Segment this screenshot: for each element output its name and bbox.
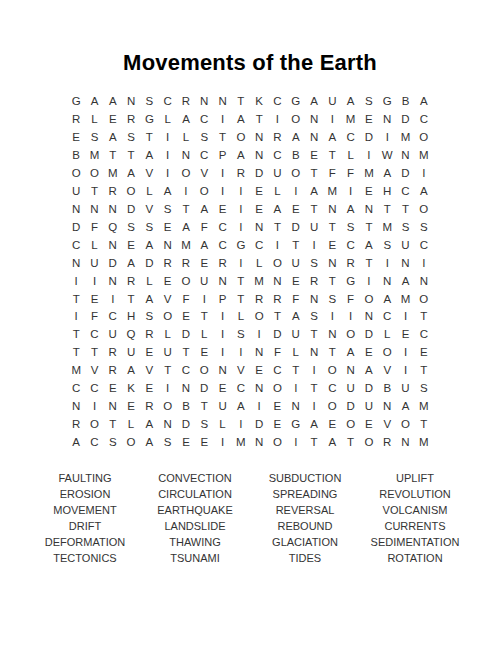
- grid-cell-r20c15: A: [323, 434, 341, 452]
- word-item: TECTONICS: [30, 550, 140, 566]
- grid-cell-r12c17: O: [360, 290, 378, 308]
- grid-cell-r8c16: S: [341, 219, 359, 237]
- grid-cell-r10c19: N: [396, 254, 414, 272]
- grid-cell-r16c15: O: [323, 362, 341, 380]
- grid-cell-r17c5: E: [140, 380, 158, 398]
- grid-cell-r16c16: N: [341, 362, 359, 380]
- grid-cell-r3c11: N: [250, 129, 268, 147]
- grid-cell-r18c14: I: [305, 398, 323, 416]
- grid-cell-r2c11: T: [250, 111, 268, 129]
- grid-cell-r7c13: E: [287, 201, 305, 219]
- word-item: SEDIMENTATION: [360, 534, 470, 550]
- grid-cell-r6c18: H: [378, 183, 396, 201]
- grid-cell-r17c16: U: [341, 380, 359, 398]
- grid-cell-r8c15: T: [323, 219, 341, 237]
- grid-cell-r3c18: I: [378, 129, 396, 147]
- grid-cell-r12c7: F: [177, 290, 195, 308]
- grid-cell-r13c8: T: [195, 308, 213, 326]
- grid-cell-r17c14: T: [305, 380, 323, 398]
- grid-cell-r11c9: N: [213, 272, 231, 290]
- grid-cell-r3c12: R: [268, 129, 286, 147]
- grid-cell-r16c5: V: [140, 362, 158, 380]
- grid-cell-r12c9: P: [213, 290, 231, 308]
- grid-cell-r8c6: E: [159, 219, 177, 237]
- grid-cell-r20c8: E: [195, 434, 213, 452]
- grid-cell-r10c1: N: [67, 254, 85, 272]
- grid-cell-r7c20: O: [415, 201, 433, 219]
- grid-cell-r6c17: E: [360, 183, 378, 201]
- grid-cell-r13c7: E: [177, 308, 195, 326]
- grid-cell-r19c1: R: [67, 416, 85, 434]
- grid-cell-r16c3: R: [104, 362, 122, 380]
- grid-cell-r14c17: D: [360, 326, 378, 344]
- grid-cell-r14c18: L: [378, 326, 396, 344]
- grid-cell-r3c4: S: [122, 129, 140, 147]
- grid-cell-r13c5: S: [140, 308, 158, 326]
- word-item: REVOLUTION: [360, 486, 470, 502]
- grid-cell-r3c14: N: [305, 129, 323, 147]
- grid-cell-r9c17: A: [360, 237, 378, 255]
- grid-cell-r20c11: N: [250, 434, 268, 452]
- grid-cell-r5c8: V: [195, 165, 213, 183]
- grid-cell-r8c18: M: [378, 219, 396, 237]
- grid-cell-r17c4: K: [122, 380, 140, 398]
- grid-cell-r7c12: A: [268, 201, 286, 219]
- grid-cell-r18c15: O: [323, 398, 341, 416]
- grid-cell-r1c10: T: [232, 93, 250, 111]
- grid-cell-r4c10: A: [232, 147, 250, 165]
- grid-cell-r16c11: E: [250, 362, 268, 380]
- grid-cell-r1c6: C: [159, 93, 177, 111]
- grid-cell-r18c5: R: [140, 398, 158, 416]
- grid-cell-r17c15: C: [323, 380, 341, 398]
- grid-cell-r20c6: S: [159, 434, 177, 452]
- grid-cell-r14c16: O: [341, 326, 359, 344]
- grid-cell-r13c19: I: [396, 308, 414, 326]
- grid-cell-r15c3: R: [104, 344, 122, 362]
- grid-cell-r19c3: T: [104, 416, 122, 434]
- grid-cell-r8c2: F: [85, 219, 103, 237]
- grid-cell-r7c9: E: [213, 201, 231, 219]
- grid-cell-r9c8: A: [195, 237, 213, 255]
- grid-cell-r8c17: T: [360, 219, 378, 237]
- grid-cell-r18c17: U: [360, 398, 378, 416]
- grid-cell-r10c12: O: [268, 254, 286, 272]
- grid-cell-r15c17: E: [360, 344, 378, 362]
- grid-cell-r9c14: I: [305, 237, 323, 255]
- grid-cell-r20c9: I: [213, 434, 231, 452]
- grid-cell-r4c9: P: [213, 147, 231, 165]
- grid-cell-r20c1: A: [67, 434, 85, 452]
- grid-cell-r4c20: M: [415, 147, 433, 165]
- grid-cell-r13c17: N: [360, 308, 378, 326]
- grid-cell-r5c20: I: [415, 165, 433, 183]
- grid-cell-r11c14: R: [305, 272, 323, 290]
- grid-cell-r16c9: N: [213, 362, 231, 380]
- grid-cell-r11c19: A: [396, 272, 414, 290]
- grid-cell-r20c13: I: [287, 434, 305, 452]
- grid-cell-r20c4: O: [122, 434, 140, 452]
- grid-cell-r20c17: O: [360, 434, 378, 452]
- word-item: THAWING: [140, 534, 250, 550]
- grid-cell-r17c20: S: [415, 380, 433, 398]
- grid-cell-r5c19: D: [396, 165, 414, 183]
- grid-cell-r15c12: F: [268, 344, 286, 362]
- grid-cell-r4c19: N: [396, 147, 414, 165]
- grid-cell-r12c11: R: [250, 290, 268, 308]
- grid-cell-r1c15: U: [323, 93, 341, 111]
- grid-cell-r8c3: Q: [104, 219, 122, 237]
- grid-cell-r2c5: G: [140, 111, 158, 129]
- grid-cell-r8c19: S: [396, 219, 414, 237]
- grid-cell-r10c16: R: [341, 254, 359, 272]
- grid-cell-r7c11: E: [250, 201, 268, 219]
- grid-cell-r20c2: C: [85, 434, 103, 452]
- grid-cell-r11c13: E: [287, 272, 305, 290]
- grid-cell-r2c14: N: [305, 111, 323, 129]
- grid-cell-r5c6: I: [159, 165, 177, 183]
- grid-cell-r11c7: O: [177, 272, 195, 290]
- grid-cell-r7c7: T: [177, 201, 195, 219]
- grid-cell-r7c2: N: [85, 201, 103, 219]
- grid-cell-r17c3: E: [104, 380, 122, 398]
- grid-cell-r14c5: R: [140, 326, 158, 344]
- grid-cell-r1c20: A: [415, 93, 433, 111]
- grid-cell-r18c10: A: [232, 398, 250, 416]
- grid-cell-r1c7: R: [177, 93, 195, 111]
- grid-cell-r2c7: A: [177, 111, 195, 129]
- word-item: DEFORMATION: [30, 534, 140, 550]
- grid-cell-r11c16: G: [341, 272, 359, 290]
- grid-cell-r5c1: O: [67, 165, 85, 183]
- word-item: FAULTING: [30, 470, 140, 486]
- grid-cell-r3c20: O: [415, 129, 433, 147]
- grid-cell-r16c2: V: [85, 362, 103, 380]
- grid-cell-r2c9: I: [213, 111, 231, 129]
- grid-cell-r18c18: N: [378, 398, 396, 416]
- grid-cell-r19c19: O: [396, 416, 414, 434]
- word-list-column-1: FAULTINGEROSIONMOVEMENTDRIFTDEFORMATIONT…: [30, 470, 140, 566]
- grid-cell-r9c19: U: [396, 237, 414, 255]
- word-item: ROTATION: [360, 550, 470, 566]
- grid-cell-r18c11: I: [250, 398, 268, 416]
- grid-cell-r6c1: U: [67, 183, 85, 201]
- grid-cell-r7c15: N: [323, 201, 341, 219]
- grid-cell-r13c14: S: [305, 308, 323, 326]
- word-item: UPLIFT: [360, 470, 470, 486]
- grid-cell-r16c1: M: [67, 362, 85, 380]
- grid-cell-r16c4: A: [122, 362, 140, 380]
- grid-cell-r3c19: M: [396, 129, 414, 147]
- grid-cell-r5c12: U: [268, 165, 286, 183]
- grid-cell-r14c9: I: [213, 326, 231, 344]
- grid-cell-r7c6: S: [159, 201, 177, 219]
- grid-cell-r17c11: N: [250, 380, 268, 398]
- word-item: CIRCULATION: [140, 486, 250, 502]
- grid-cell-r10c7: R: [177, 254, 195, 272]
- grid-cell-r12c10: T: [232, 290, 250, 308]
- grid-cell-r20c14: T: [305, 434, 323, 452]
- word-item: MOVEMENT: [30, 502, 140, 518]
- grid-cell-r11c8: U: [195, 272, 213, 290]
- grid-cell-r1c18: G: [378, 93, 396, 111]
- grid-cell-r19c17: E: [360, 416, 378, 434]
- grid-cell-r4c18: W: [378, 147, 396, 165]
- grid-cell-r16c19: I: [396, 362, 414, 380]
- grid-cell-r14c11: I: [250, 326, 268, 344]
- grid-cell-r11c15: T: [323, 272, 341, 290]
- grid-cell-r9c4: E: [122, 237, 140, 255]
- grid-cell-r2c3: E: [104, 111, 122, 129]
- grid-cell-r18c19: A: [396, 398, 414, 416]
- grid-cell-r2c20: C: [415, 111, 433, 129]
- grid-cell-r17c10: C: [232, 380, 250, 398]
- grid-cell-r3c13: A: [287, 129, 305, 147]
- grid-cell-r11c1: I: [67, 272, 85, 290]
- grid-cell-r18c8: T: [195, 398, 213, 416]
- grid-cell-r12c3: I: [104, 290, 122, 308]
- grid-cell-r1c13: G: [287, 93, 305, 111]
- grid-cell-r19c5: A: [140, 416, 158, 434]
- grid-cell-r13c1: I: [67, 308, 85, 326]
- grid-cell-r19c11: D: [250, 416, 268, 434]
- grid-cell-r15c6: U: [159, 344, 177, 362]
- grid-cell-r8c1: D: [67, 219, 85, 237]
- grid-cell-r15c18: O: [378, 344, 396, 362]
- grid-cell-r7c19: T: [396, 201, 414, 219]
- grid-cell-r1c17: S: [360, 93, 378, 111]
- grid-cell-r13c10: L: [232, 308, 250, 326]
- grid-cell-r4c12: C: [268, 147, 286, 165]
- grid-cell-r16c20: T: [415, 362, 433, 380]
- grid-cell-r10c20: I: [415, 254, 433, 272]
- grid-cell-r8c11: N: [250, 219, 268, 237]
- grid-cell-r4c1: B: [67, 147, 85, 165]
- grid-cell-r13c12: T: [268, 308, 286, 326]
- grid-cell-r3c5: T: [140, 129, 158, 147]
- grid-cell-r20c16: T: [341, 434, 359, 452]
- grid-cell-r9c16: C: [341, 237, 359, 255]
- grid-cell-r8c10: I: [232, 219, 250, 237]
- grid-cell-r3c1: E: [67, 129, 85, 147]
- grid-cell-r15c10: I: [232, 344, 250, 362]
- grid-cell-r13c4: H: [122, 308, 140, 326]
- grid-cell-r1c5: S: [140, 93, 158, 111]
- grid-cell-r9c18: S: [378, 237, 396, 255]
- grid-cell-r10c4: A: [122, 254, 140, 272]
- grid-cell-r5c4: A: [122, 165, 140, 183]
- grid-cell-r20c3: S: [104, 434, 122, 452]
- grid-cell-r6c10: I: [232, 183, 250, 201]
- grid-cell-r2c15: I: [323, 111, 341, 129]
- grid-cell-r2c13: O: [287, 111, 305, 129]
- word-list: FAULTINGEROSIONMOVEMENTDRIFTDEFORMATIONT…: [30, 470, 470, 566]
- word-item: REBOUND: [250, 518, 360, 534]
- grid-cell-r7c18: T: [378, 201, 396, 219]
- grid-cell-r5c3: M: [104, 165, 122, 183]
- grid-cell-r17c18: B: [378, 380, 396, 398]
- grid-cell-r12c16: F: [341, 290, 359, 308]
- grid-cell-r3c17: D: [360, 129, 378, 147]
- grid-cell-r18c9: U: [213, 398, 231, 416]
- grid-cell-r12c6: V: [159, 290, 177, 308]
- grid-cell-r4c15: T: [323, 147, 341, 165]
- grid-cell-r2c19: D: [396, 111, 414, 129]
- grid-cell-r14c2: C: [85, 326, 103, 344]
- grid-cell-r13c16: I: [341, 308, 359, 326]
- grid-cell-r3c8: S: [195, 129, 213, 147]
- grid-cell-r14c12: D: [268, 326, 286, 344]
- word-item: DRIFT: [30, 518, 140, 534]
- grid-cell-r15c11: N: [250, 344, 268, 362]
- grid-cell-r10c13: U: [287, 254, 305, 272]
- grid-cell-r4c13: B: [287, 147, 305, 165]
- word-item: SUBDUCTION: [250, 470, 360, 486]
- word-item: CONVECTION: [140, 470, 250, 486]
- grid-cell-r1c19: B: [396, 93, 414, 111]
- grid-cell-r10c8: E: [195, 254, 213, 272]
- word-list-column-3: SUBDUCTIONSPREADINGREVERSALREBOUNDGLACIA…: [250, 470, 360, 566]
- grid-cell-r5c17: M: [360, 165, 378, 183]
- grid-cell-r19c9: L: [213, 416, 231, 434]
- grid-cell-r6c13: I: [287, 183, 305, 201]
- grid-cell-r4c7: N: [177, 147, 195, 165]
- grid-cell-r12c8: I: [195, 290, 213, 308]
- grid-cell-r17c7: N: [177, 380, 195, 398]
- grid-cell-r15c9: I: [213, 344, 231, 362]
- grid-cell-r13c13: A: [287, 308, 305, 326]
- grid-cell-r12c18: A: [378, 290, 396, 308]
- grid-cell-r5c15: F: [323, 165, 341, 183]
- grid-cell-r16c10: V: [232, 362, 250, 380]
- grid-cell-r15c8: E: [195, 344, 213, 362]
- grid-cell-r10c14: S: [305, 254, 323, 272]
- grid-cell-r9c5: A: [140, 237, 158, 255]
- grid-cell-r3c16: C: [341, 129, 359, 147]
- grid-cell-r11c20: N: [415, 272, 433, 290]
- grid-cell-r8c8: F: [195, 219, 213, 237]
- grid-cell-r8c12: T: [268, 219, 286, 237]
- grid-cell-r3c7: L: [177, 129, 195, 147]
- grid-cell-r9c2: L: [85, 237, 103, 255]
- grid-cell-r15c1: T: [67, 344, 85, 362]
- grid-cell-r5c11: D: [250, 165, 268, 183]
- grid-cell-r14c14: T: [305, 326, 323, 344]
- grid-cell-r12c5: A: [140, 290, 158, 308]
- grid-cell-r13c18: C: [378, 308, 396, 326]
- grid-cell-r18c3: N: [104, 398, 122, 416]
- grid-cell-r17c19: U: [396, 380, 414, 398]
- grid-cell-r20c5: A: [140, 434, 158, 452]
- grid-cell-r6c9: I: [213, 183, 231, 201]
- grid-cell-r18c7: B: [177, 398, 195, 416]
- grid-cell-r16c7: C: [177, 362, 195, 380]
- grid-cell-r20c18: R: [378, 434, 396, 452]
- word-item: TIDES: [250, 550, 360, 566]
- grid-cell-r6c11: E: [250, 183, 268, 201]
- grid-cell-r5c16: F: [341, 165, 359, 183]
- grid-cell-r2c17: E: [360, 111, 378, 129]
- grid-cell-r14c19: E: [396, 326, 414, 344]
- grid-cell-r11c5: L: [140, 272, 158, 290]
- grid-cell-r9c13: T: [287, 237, 305, 255]
- grid-cell-r10c18: I: [378, 254, 396, 272]
- grid-cell-r11c6: E: [159, 272, 177, 290]
- grid-cell-r6c12: L: [268, 183, 286, 201]
- grid-cell-r2c8: C: [195, 111, 213, 129]
- grid-cell-r6c3: R: [104, 183, 122, 201]
- grid-cell-r16c6: T: [159, 362, 177, 380]
- grid-cell-r16c17: A: [360, 362, 378, 380]
- grid-cell-r13c20: T: [415, 308, 433, 326]
- grid-cell-r7c17: N: [360, 201, 378, 219]
- grid-cell-r4c8: C: [195, 147, 213, 165]
- grid-cell-r14c3: U: [104, 326, 122, 344]
- grid-cell-r15c19: I: [396, 344, 414, 362]
- grid-cell-r14c20: C: [415, 326, 433, 344]
- grid-cell-r19c10: I: [232, 416, 250, 434]
- grid-cell-r10c6: R: [159, 254, 177, 272]
- grid-cell-r15c7: T: [177, 344, 195, 362]
- grid-cell-r16c14: I: [305, 362, 323, 380]
- grid-cell-r18c1: N: [67, 398, 85, 416]
- grid-cell-r13c6: O: [159, 308, 177, 326]
- grid-cell-r19c2: O: [85, 416, 103, 434]
- grid-cell-r11c10: T: [232, 272, 250, 290]
- grid-cell-r14c1: T: [67, 326, 85, 344]
- grid-cell-r14c7: D: [177, 326, 195, 344]
- grid-cell-r9c9: C: [213, 237, 231, 255]
- grid-cell-r9c20: C: [415, 237, 433, 255]
- grid-cell-r12c12: R: [268, 290, 286, 308]
- grid-cell-r12c20: O: [415, 290, 433, 308]
- word-search-page: Movements of the Earth GAANSCRNNTKCGAUAS…: [0, 0, 500, 647]
- grid-cell-r3c15: A: [323, 129, 341, 147]
- word-item: TSUNAMI: [140, 550, 250, 566]
- grid-cell-r16c18: V: [378, 362, 396, 380]
- grid-cell-r6c20: A: [415, 183, 433, 201]
- grid-cell-r19c12: E: [268, 416, 286, 434]
- grid-cell-r12c19: M: [396, 290, 414, 308]
- grid-cell-r4c16: L: [341, 147, 359, 165]
- grid-cell-r15c13: L: [287, 344, 305, 362]
- grid-cell-r8c7: A: [177, 219, 195, 237]
- grid-cell-r3c3: A: [104, 129, 122, 147]
- grid-cell-r4c5: A: [140, 147, 158, 165]
- grid-cell-r12c2: E: [85, 290, 103, 308]
- grid-cell-r7c1: N: [67, 201, 85, 219]
- grid-cell-r6c19: C: [396, 183, 414, 201]
- grid-cell-r1c4: N: [122, 93, 140, 111]
- word-item: CURRENTS: [360, 518, 470, 534]
- grid-cell-r14c4: Q: [122, 326, 140, 344]
- word-item: GLACIATION: [250, 534, 360, 550]
- grid-cell-r8c9: C: [213, 219, 231, 237]
- word-item: REVERSAL: [250, 502, 360, 518]
- grid-cell-r17c2: C: [85, 380, 103, 398]
- grid-cell-r6c15: M: [323, 183, 341, 201]
- grid-cell-r2c12: I: [268, 111, 286, 129]
- grid-cell-r17c1: C: [67, 380, 85, 398]
- grid-cell-r7c16: A: [341, 201, 359, 219]
- grid-cell-r14c15: N: [323, 326, 341, 344]
- grid-cell-r20c10: M: [232, 434, 250, 452]
- grid-cell-r3c6: I: [159, 129, 177, 147]
- grid-cell-r7c10: I: [232, 201, 250, 219]
- grid-cell-r13c2: F: [85, 308, 103, 326]
- grid-cell-r16c8: O: [195, 362, 213, 380]
- grid-cell-r19c16: O: [341, 416, 359, 434]
